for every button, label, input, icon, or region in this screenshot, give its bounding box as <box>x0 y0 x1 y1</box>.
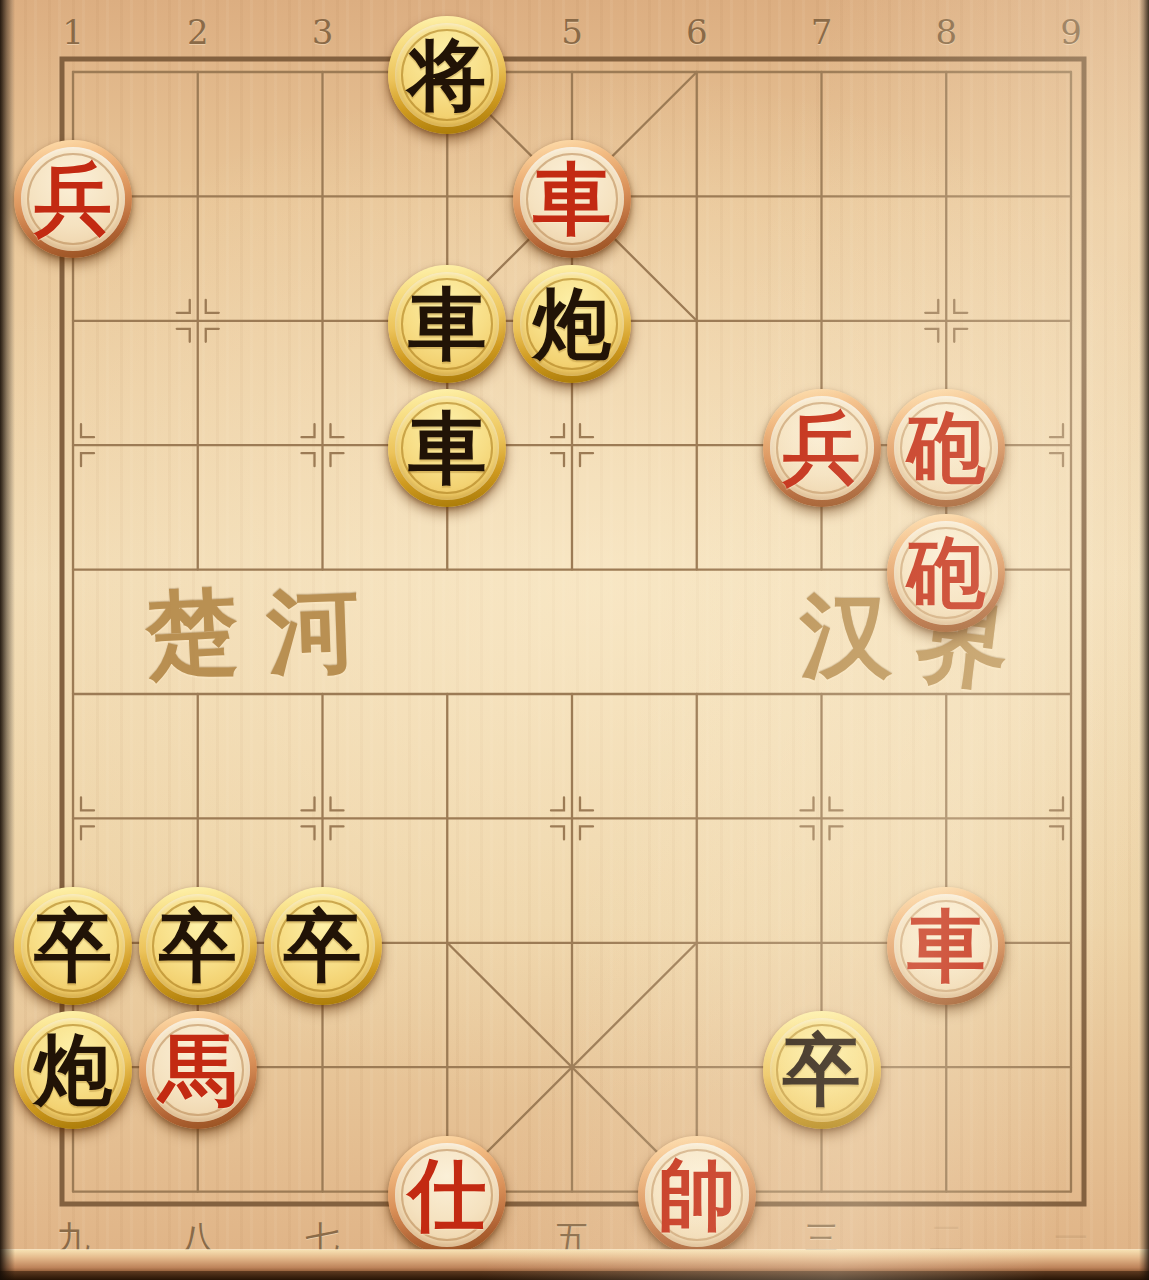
piece-red-soldier[interactable]: 兵 <box>763 389 881 507</box>
piece-glyph: 炮 <box>513 265 631 383</box>
piece-black-general[interactable]: 将 <box>388 16 506 134</box>
piece-red-cannon[interactable]: 砲 <box>887 514 1005 632</box>
piece-black-soldier[interactable]: 卒 <box>14 887 132 1005</box>
river-text-chu-he-河: 河 <box>256 583 369 679</box>
piece-black-chariot[interactable]: 車 <box>388 389 506 507</box>
piece-glyph: 卒 <box>14 887 132 1005</box>
board-front-edge <box>0 1250 1149 1272</box>
coord-top-7: 7 <box>790 14 854 51</box>
piece-red-chariot[interactable]: 車 <box>887 887 1005 1005</box>
bottom-edge-shadow <box>0 1271 1149 1280</box>
piece-red-cannon[interactable]: 砲 <box>887 389 1005 507</box>
piece-glyph: 車 <box>388 265 506 383</box>
coord-top-1: 1 <box>41 14 105 51</box>
piece-glyph: 砲 <box>887 514 1005 632</box>
piece-glyph: 車 <box>513 140 631 258</box>
piece-glyph: 炮 <box>14 1011 132 1129</box>
piece-glyph: 兵 <box>763 389 881 507</box>
piece-glyph: 砲 <box>887 389 1005 507</box>
piece-glyph: 卒 <box>264 887 382 1005</box>
piece-black-soldier[interactable]: 卒 <box>763 1011 881 1129</box>
piece-glyph: 仕 <box>388 1136 506 1254</box>
coord-top-3: 3 <box>291 14 355 51</box>
piece-red-advisor[interactable]: 仕 <box>388 1136 506 1254</box>
piece-glyph: 兵 <box>14 140 132 258</box>
piece-red-general[interactable]: 帥 <box>638 1136 756 1254</box>
piece-red-chariot[interactable]: 車 <box>513 140 631 258</box>
piece-glyph: 卒 <box>139 887 257 1005</box>
piece-black-cannon[interactable]: 炮 <box>513 265 631 383</box>
piece-black-soldier[interactable]: 卒 <box>264 887 382 1005</box>
piece-black-soldier[interactable]: 卒 <box>139 887 257 1005</box>
piece-red-soldier[interactable]: 兵 <box>14 140 132 258</box>
piece-glyph: 車 <box>887 887 1005 1005</box>
piece-glyph: 帥 <box>638 1136 756 1254</box>
piece-glyph: 車 <box>388 389 506 507</box>
piece-glyph: 馬 <box>139 1011 257 1129</box>
coord-top-2: 2 <box>166 14 230 51</box>
coord-top-6: 6 <box>665 14 729 51</box>
piece-red-horse[interactable]: 馬 <box>139 1011 257 1129</box>
piece-glyph: 卒 <box>763 1011 881 1129</box>
coord-top-9: 9 <box>1039 14 1103 51</box>
piece-black-cannon[interactable]: 炮 <box>14 1011 132 1129</box>
piece-glyph: 将 <box>388 16 506 134</box>
river-text-han-jie-汉: 汉 <box>791 590 901 682</box>
river-text-chu-he-楚: 楚 <box>135 584 250 682</box>
piece-black-chariot[interactable]: 車 <box>388 265 506 383</box>
xiangqi-app-screen: 123456789 九八七六五四三二一 楚河汉界 将兵車車炮車兵砲砲卒卒卒車炮馬… <box>0 0 1149 1280</box>
coord-top-5: 5 <box>540 14 604 51</box>
coord-top-8: 8 <box>914 14 978 51</box>
